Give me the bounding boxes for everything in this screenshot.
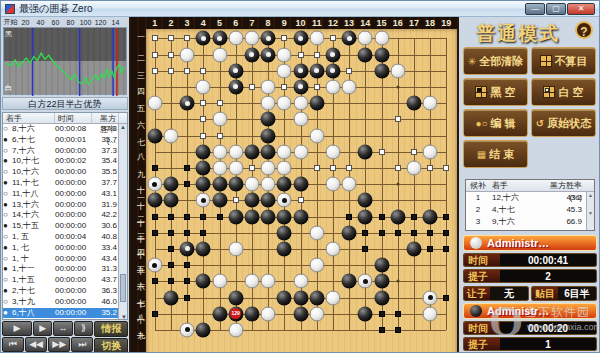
black-stone[interactable] — [406, 96, 421, 111]
white-territory-marker[interactable] — [168, 35, 174, 41]
first-move-button[interactable]: ⏮ — [2, 337, 24, 352]
white-territory-marker[interactable] — [152, 68, 158, 74]
black-stone[interactable] — [293, 31, 308, 46]
white-point-marker — [233, 68, 238, 73]
white-stone[interactable] — [163, 128, 178, 143]
candidate-row[interactable]: 24,十七45.3 — [466, 204, 594, 216]
white-territory-marker[interactable] — [281, 35, 287, 41]
black-territory-marker[interactable] — [168, 262, 174, 268]
black-stone[interactable] — [342, 274, 357, 289]
white-stone[interactable] — [325, 177, 340, 192]
black-stone[interactable] — [261, 128, 276, 143]
black-stone[interactable] — [261, 31, 276, 46]
move-row[interactable]: ○3,十九00:00:0046.0 — [3, 297, 127, 308]
white-stone[interactable] — [325, 144, 340, 159]
candidate-row[interactable]: 39,十六66.9 — [466, 216, 594, 228]
white-stone[interactable] — [342, 177, 357, 192]
black-stone[interactable] — [163, 290, 178, 305]
black-stone[interactable] — [212, 31, 227, 46]
white-territory-marker[interactable] — [168, 68, 174, 74]
white-territory-marker[interactable] — [184, 35, 190, 41]
black-stone[interactable] — [228, 63, 243, 78]
white-stone[interactable] — [293, 96, 308, 111]
white-stone[interactable] — [244, 177, 259, 192]
black-territory-marker[interactable] — [200, 214, 206, 220]
black-stone[interactable] — [244, 306, 259, 321]
edit-stones-icon: ●○ — [475, 118, 487, 129]
winrate-graph[interactable]: 黑 白 — [3, 27, 127, 95]
white-territory-marker[interactable] — [298, 197, 304, 203]
move-row[interactable]: ○11,十八00:00:0043.1 — [3, 189, 127, 200]
white-stone[interactable] — [293, 112, 308, 127]
white-stone[interactable] — [342, 79, 357, 94]
black-stone[interactable] — [212, 193, 227, 208]
white-stone[interactable] — [309, 31, 324, 46]
white-territory-marker[interactable] — [443, 165, 449, 171]
move-row[interactable]: ○1,十五00:00:0043.7 — [3, 275, 127, 286]
board-end-icon: ▦ — [477, 149, 486, 160]
black-territory-marker[interactable] — [362, 230, 368, 236]
black-territory-marker[interactable] — [184, 165, 190, 171]
white-stone[interactable] — [196, 193, 211, 208]
black-territory-marker[interactable] — [168, 230, 174, 236]
black-stone[interactable] — [293, 290, 308, 305]
white-captures-label: 提子 — [464, 270, 500, 282]
black-territory-marker[interactable] — [168, 246, 174, 252]
button-label: 黑 空 — [490, 85, 515, 100]
white-territory-marker[interactable] — [346, 165, 352, 171]
white-territory-marker[interactable] — [395, 116, 401, 122]
black-stone[interactable] — [374, 258, 389, 273]
swap-button[interactable]: ↔ — [53, 321, 72, 336]
black-stone[interactable] — [261, 112, 276, 127]
white-point-marker — [330, 52, 335, 57]
black-stone[interactable] — [390, 209, 405, 224]
white-stone[interactable] — [147, 96, 162, 111]
white-territory-marker[interactable] — [152, 35, 158, 41]
black-point-marker — [152, 182, 157, 187]
black-territory-marker[interactable] — [443, 214, 449, 220]
black-player-bar: Administr… — [463, 303, 597, 319]
move-list-header: 着手 时间 黑方胜率(... — [3, 113, 127, 124]
button-label: 全部清除 — [479, 54, 523, 69]
black-territory-marker[interactable] — [395, 327, 401, 333]
intel-button[interactable]: 情报 — [94, 321, 128, 337]
black-territory-icon — [475, 86, 487, 98]
black-stone[interactable] — [423, 209, 438, 224]
white-stone[interactable] — [390, 63, 405, 78]
black-time-value: 00:00:20 — [500, 322, 596, 334]
komi-label: 贴目 — [532, 287, 558, 300]
black-stone[interactable] — [147, 128, 162, 143]
back-button[interactable]: ◀◀ — [25, 337, 47, 352]
column-label: 11 — [309, 18, 325, 28]
white-stone[interactable] — [423, 306, 438, 321]
black-territory-marker[interactable] — [411, 214, 417, 220]
last-move-button[interactable]: ⏭ — [71, 337, 93, 352]
black-stone[interactable] — [277, 290, 292, 305]
step-button[interactable]: ▶ — [33, 321, 52, 336]
app-icon — [5, 4, 15, 14]
black-stone[interactable] — [261, 209, 276, 224]
move-row[interactable]: ●13,十六00:00:0031.9 — [3, 200, 127, 211]
white-territory-marker[interactable] — [217, 100, 223, 106]
black-territory-marker[interactable] — [379, 230, 385, 236]
button-label: 编 辑 — [491, 116, 516, 131]
score-status: 白方22目半占优势 — [2, 97, 128, 110]
black-stone[interactable] — [358, 47, 373, 62]
black-stone[interactable] — [277, 209, 292, 224]
white-stone[interactable] — [358, 274, 373, 289]
move-row[interactable]: ●2,十七00:00:0036.3 — [3, 286, 127, 297]
move-row[interactable]: ○14,十六00:00:0042.2 — [3, 210, 127, 221]
white-stone[interactable] — [423, 96, 438, 111]
black-territory-marker[interactable] — [362, 246, 368, 252]
white-territory-marker[interactable] — [346, 68, 352, 74]
white-player-name: Administr… — [487, 237, 549, 249]
button-undo-arrow[interactable]: ↺原始状态 — [531, 109, 596, 137]
move-row[interactable]: ○10,十六00:00:0035.5 — [3, 167, 127, 178]
black-stone[interactable] — [374, 47, 389, 62]
white-stone[interactable] — [212, 112, 227, 127]
star-point — [396, 183, 399, 186]
move-row[interactable]: ●10,十七00:00:0235.4 — [3, 156, 127, 167]
black-stone[interactable] — [180, 241, 195, 256]
white-territory-marker[interactable] — [314, 84, 320, 90]
axis-label: 20 — [18, 19, 33, 26]
move-row[interactable]: ○8,十六00:00:0837.3 — [3, 124, 127, 135]
white-stone[interactable] — [147, 258, 162, 273]
white-stone[interactable] — [180, 47, 195, 62]
white-territory-marker[interactable] — [152, 52, 158, 58]
black-stone[interactable] — [228, 209, 243, 224]
black-stone[interactable] — [180, 96, 195, 111]
button-grid-white[interactable]: 白 空 — [531, 78, 596, 106]
black-territory-marker[interactable] — [411, 230, 417, 236]
close-button[interactable]: ✕ — [567, 3, 595, 15]
last-move-badge: 129 — [230, 308, 241, 319]
white-stone[interactable] — [228, 241, 243, 256]
white-territory-marker[interactable] — [184, 68, 190, 74]
white-stone[interactable] — [309, 258, 324, 273]
white-stone[interactable] — [358, 31, 373, 46]
black-territory-marker[interactable] — [217, 214, 223, 220]
move-row[interactable]: ●6,十七00:00:0135.7 — [3, 135, 127, 146]
button-label: 结 束 — [489, 147, 514, 162]
column-label: 12 — [325, 18, 341, 28]
column-label: 7 — [244, 18, 260, 28]
black-label: 黑 — [5, 29, 12, 39]
white-stone[interactable] — [212, 274, 227, 289]
white-stone[interactable] — [423, 144, 438, 159]
white-stone[interactable] — [261, 96, 276, 111]
white-stone[interactable] — [228, 31, 243, 46]
white-stone[interactable] — [261, 306, 276, 321]
black-stone[interactable] — [293, 79, 308, 94]
white-stone[interactable] — [244, 31, 259, 46]
white-territory-marker[interactable] — [249, 84, 255, 90]
button-board-end[interactable]: ▦结 束 — [463, 140, 528, 168]
candidate-moves-table[interactable]: 候补 着手 黑方胜率(%) 112,十六43.224,十七45.339,十六66… — [465, 179, 595, 231]
move-row[interactable]: ●6,十八00:00:0035.2 — [3, 308, 127, 319]
black-territory-marker[interactable] — [168, 214, 174, 220]
white-stone[interactable] — [244, 274, 259, 289]
move-row[interactable]: ●1,十一00:00:0031.3 — [3, 264, 127, 275]
white-point-marker — [266, 36, 271, 41]
white-point-marker — [185, 246, 190, 251]
axis-label: 开始 — [3, 17, 18, 27]
button-grid-plain[interactable]: 不算目 — [531, 47, 596, 75]
white-stone[interactable] — [277, 193, 292, 208]
white-stone[interactable] — [277, 144, 292, 159]
white-stone[interactable] — [293, 274, 308, 289]
white-territory-marker[interactable] — [168, 52, 174, 58]
candidate-scrollbar[interactable]: ▲▼ — [586, 192, 594, 230]
white-stone[interactable] — [277, 96, 292, 111]
black-point-marker — [428, 295, 433, 300]
white-stone[interactable] — [228, 160, 243, 175]
white-stone[interactable] — [261, 160, 276, 175]
white-point-marker — [314, 68, 319, 73]
white-stone[interactable] — [261, 274, 276, 289]
switch-button[interactable]: 切换 — [94, 338, 128, 353]
white-territory-marker[interactable] — [330, 165, 336, 171]
black-stone[interactable] — [196, 160, 211, 175]
white-territory-marker[interactable] — [200, 133, 206, 139]
white-stone[interactable] — [277, 160, 292, 175]
white-territory-marker[interactable] — [249, 165, 255, 171]
white-stone[interactable] — [325, 241, 340, 256]
black-territory-marker[interactable] — [184, 295, 190, 301]
star-point — [396, 85, 399, 88]
black-stone[interactable] — [358, 144, 373, 159]
black-stone[interactable] — [196, 31, 211, 46]
column-label: 17 — [406, 18, 422, 28]
black-territory-marker[interactable] — [427, 246, 433, 252]
white-player-bar: Administr… — [463, 235, 597, 251]
black-territory-marker[interactable] — [346, 214, 352, 220]
black-stone[interactable] — [147, 193, 162, 208]
column-label: 8 — [260, 18, 276, 28]
black-stone[interactable] — [196, 241, 211, 256]
fast-forward-button[interactable]: ⟫ — [74, 321, 93, 336]
board-frame: 12345678910111213141516171819 一二三四五六七八九十… — [129, 17, 459, 353]
minimize-button[interactable]: — — [525, 3, 545, 15]
white-stone[interactable] — [147, 177, 162, 192]
black-stone[interactable] — [261, 47, 276, 62]
white-stone[interactable] — [212, 144, 227, 159]
white-territory-marker[interactable] — [200, 116, 206, 122]
black-territory-marker[interactable] — [152, 214, 158, 220]
white-territory-icon — [543, 86, 555, 98]
black-captures-value: 1 — [500, 338, 596, 350]
white-stone[interactable] — [309, 225, 324, 240]
button-label: 白 空 — [558, 85, 583, 100]
black-stone[interactable] — [163, 193, 178, 208]
move-row[interactable]: ○1, 十00:00:0043.4 — [3, 254, 127, 265]
black-stone[interactable] — [244, 209, 259, 224]
white-stone[interactable] — [261, 79, 276, 94]
white-stone[interactable] — [180, 322, 195, 337]
go-board[interactable]: 129 — [146, 29, 457, 353]
black-territory-marker[interactable] — [152, 230, 158, 236]
handicap-value: 无 — [490, 287, 528, 300]
black-stone[interactable] — [196, 177, 211, 192]
move-row[interactable]: ○1, 五00:00:0440.8 — [3, 232, 127, 243]
black-stone[interactable] — [342, 31, 357, 46]
black-territory-marker[interactable] — [443, 295, 449, 301]
white-stone[interactable] — [293, 144, 308, 159]
black-stone[interactable] — [228, 177, 243, 192]
white-stone[interactable] — [423, 290, 438, 305]
black-stone[interactable] — [358, 306, 373, 321]
black-stone[interactable] — [277, 177, 292, 192]
white-stone[interactable] — [406, 160, 421, 175]
black-stone[interactable] — [212, 177, 227, 192]
black-stone[interactable] — [261, 193, 276, 208]
white-stone[interactable] — [261, 177, 276, 192]
black-stone[interactable] — [196, 274, 211, 289]
white-territory-marker[interactable] — [395, 165, 401, 171]
black-territory-marker[interactable] — [379, 214, 385, 220]
white-point-marker — [298, 36, 303, 41]
move-list[interactable]: 着手 时间 黑方胜率(... ○8,十六00:00:0837.3●6,十七00:… — [2, 112, 128, 320]
graph-move-axis: 开始2040608010012014 — [1, 17, 129, 27]
black-territory-marker[interactable] — [443, 230, 449, 236]
move-row[interactable]: ●11,十七00:00:0037.7 — [3, 178, 127, 189]
white-territory-marker[interactable] — [281, 84, 287, 90]
black-stone[interactable] — [358, 193, 373, 208]
black-stone[interactable] — [309, 290, 324, 305]
white-stone[interactable] — [212, 47, 227, 62]
column-label: 10 — [293, 18, 309, 28]
move-row[interactable]: ●15,十五00:00:0030.6 — [3, 221, 127, 232]
black-stone-last-move[interactable]: 129 — [228, 306, 243, 321]
black-stone[interactable] — [228, 290, 243, 305]
black-stone[interactable] — [277, 225, 292, 240]
forward-button[interactable]: ▶▶ — [48, 337, 70, 352]
black-stone[interactable] — [325, 63, 340, 78]
column-label: 9 — [276, 18, 292, 28]
white-time-label: 时间 — [464, 254, 500, 266]
column-label: 4 — [195, 18, 211, 28]
white-territory-marker[interactable] — [314, 165, 320, 171]
undo-arrow-icon: ↺ — [536, 118, 544, 129]
white-point-marker — [249, 52, 254, 57]
black-stone[interactable] — [293, 177, 308, 192]
white-stone[interactable] — [309, 306, 324, 321]
black-stone[interactable] — [374, 274, 389, 289]
white-stone[interactable] — [196, 79, 211, 94]
white-territory-marker[interactable] — [379, 149, 385, 155]
button-edit-stones[interactable]: ●○编 辑 — [463, 109, 528, 137]
move-list-scrollbar[interactable]: ▲▼ — [118, 124, 127, 320]
black-stone[interactable] — [374, 63, 389, 78]
black-territory-marker[interactable] — [443, 246, 449, 252]
analysis-panel: 开始2040608010012014 黑 白 白方22目半占优势 着手 时间 黑… — [1, 17, 129, 353]
app-window: 最强の囲碁 Zero — ▢ ✕ 开始2040608010012014 黑 白 … — [0, 0, 600, 353]
black-stone[interactable] — [309, 96, 324, 111]
white-stone[interactable] — [277, 63, 292, 78]
white-stone[interactable] — [309, 128, 324, 143]
black-stone[interactable] — [342, 225, 357, 240]
black-stone[interactable] — [261, 144, 276, 159]
black-stone[interactable] — [244, 193, 259, 208]
black-territory-marker[interactable] — [379, 311, 385, 317]
black-stone[interactable] — [244, 144, 259, 159]
black-stone[interactable] — [196, 144, 211, 159]
black-territory-marker[interactable] — [168, 278, 174, 284]
black-stone[interactable] — [406, 241, 421, 256]
black-stone[interactable] — [293, 306, 308, 321]
black-territory-marker[interactable] — [184, 262, 190, 268]
white-territory-marker[interactable] — [200, 68, 206, 74]
white-stone[interactable] — [374, 31, 389, 46]
black-stone[interactable] — [293, 209, 308, 224]
black-stone[interactable] — [325, 47, 340, 62]
button-grid-black[interactable]: 黑 空 — [463, 78, 528, 106]
black-stone[interactable] — [277, 241, 292, 256]
white-stone[interactable] — [212, 160, 227, 175]
white-stone[interactable] — [228, 322, 243, 337]
move-row[interactable]: ○7,十六00:00:0037.3 — [3, 146, 127, 157]
black-territory-marker[interactable] — [152, 278, 158, 284]
black-territory-marker[interactable] — [184, 214, 190, 220]
black-stone[interactable] — [358, 209, 373, 224]
white-territory-marker[interactable] — [427, 165, 433, 171]
column-label: 18 — [422, 18, 438, 28]
black-stone[interactable] — [212, 306, 227, 321]
move-row[interactable]: ●1, 七00:00:0033.4 — [3, 243, 127, 254]
help-button[interactable]: ? — [575, 21, 593, 39]
white-territory-marker[interactable] — [200, 100, 206, 106]
candidate-row[interactable]: 112,十六43.2 — [466, 192, 594, 204]
black-territory-marker[interactable] — [152, 311, 158, 317]
black-territory-marker[interactable] — [200, 230, 206, 236]
black-stone[interactable] — [228, 79, 243, 94]
white-stone[interactable] — [325, 79, 340, 94]
maximize-button[interactable]: ▢ — [546, 3, 566, 15]
play-button[interactable]: ▶ — [2, 321, 32, 336]
black-stone[interactable] — [244, 47, 259, 62]
white-territory-marker[interactable] — [411, 149, 417, 155]
white-territory-marker[interactable] — [233, 197, 239, 203]
black-territory-marker[interactable] — [152, 165, 158, 171]
black-stone[interactable] — [196, 322, 211, 337]
black-territory-marker[interactable] — [184, 278, 190, 284]
white-territory-marker[interactable] — [314, 52, 320, 58]
black-territory-marker[interactable] — [184, 181, 190, 187]
white-territory-marker[interactable] — [217, 133, 223, 139]
white-territory-marker[interactable] — [330, 35, 336, 41]
white-stone[interactable] — [228, 144, 243, 159]
black-territory-marker[interactable] — [379, 327, 385, 333]
black-territory-marker[interactable] — [427, 230, 433, 236]
white-stone[interactable] — [325, 290, 340, 305]
black-territory-marker[interactable] — [395, 230, 401, 236]
black-stone[interactable] — [293, 63, 308, 78]
black-territory-marker[interactable] — [395, 311, 401, 317]
black-stone[interactable] — [374, 290, 389, 305]
star-point — [396, 280, 399, 283]
white-stone[interactable] — [277, 47, 292, 62]
button-clear-burst[interactable]: ✳全部清除 — [463, 47, 528, 75]
black-stone[interactable] — [163, 177, 178, 192]
axis-label: 60 — [48, 19, 63, 26]
white-territory-marker[interactable] — [298, 52, 304, 58]
black-stone[interactable] — [309, 63, 324, 78]
black-territory-marker[interactable] — [184, 230, 190, 236]
